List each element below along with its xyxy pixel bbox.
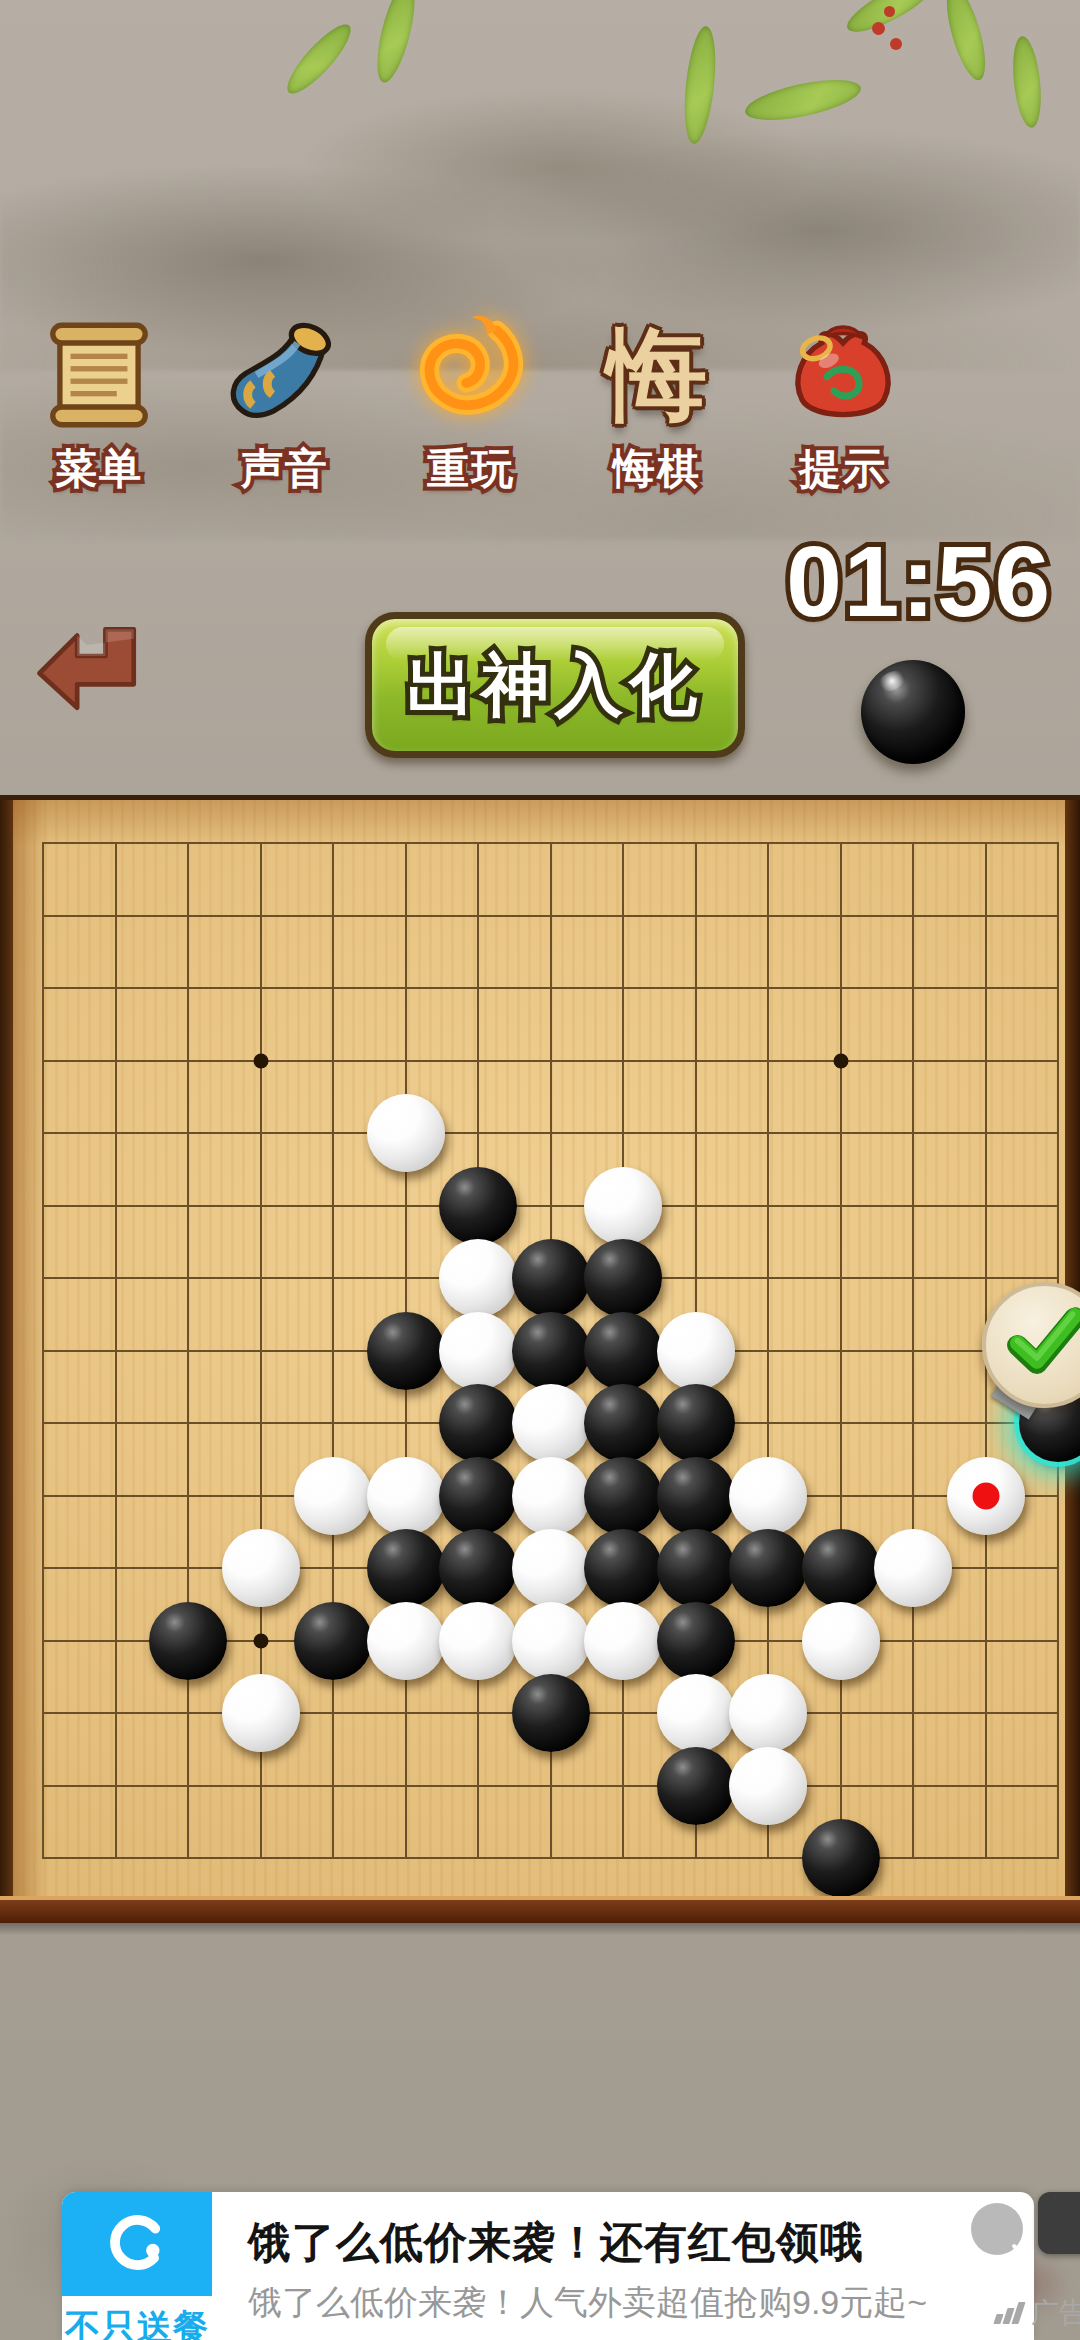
- level-button[interactable]: 出神入化: [365, 612, 745, 758]
- white-stone-r8c10: [657, 1312, 735, 1390]
- white-stone-r10c14: [947, 1457, 1025, 1535]
- white-stone-r10c8: [512, 1457, 590, 1535]
- white-stone-r11c8: [512, 1529, 590, 1607]
- white-stone-r12c8: [512, 1602, 590, 1680]
- black-stone-r10c10: [657, 1457, 735, 1535]
- ad-close-button[interactable]: [971, 2203, 1023, 2255]
- toolbar-item-menu[interactable]: 菜单: [6, 312, 192, 497]
- return-arrow-icon: [30, 712, 162, 729]
- white-stone-r12c12: [802, 1602, 880, 1680]
- white-stone-r8c7: [439, 1312, 517, 1390]
- white-stone-r13c11: [729, 1674, 807, 1752]
- ad-banner[interactable]: 不只送餐 饿了么低价来袭！还有红包领哦 饿了么低价来袭！人气外卖超值抢购9.9元…: [62, 2192, 1034, 2340]
- black-stone-r11c11: [729, 1529, 807, 1607]
- toolbar-item-replay[interactable]: 重玩: [378, 312, 564, 497]
- black-stone-r9c7: [439, 1384, 517, 1462]
- white-stone-r13c10: [657, 1674, 735, 1752]
- black-stone-r11c12: [802, 1529, 880, 1607]
- toolbar-item-label: 提示: [799, 441, 887, 497]
- black-stone-r13c8: [512, 1674, 590, 1752]
- flame-swirl-icon: [407, 311, 535, 439]
- eleme-e-icon: [98, 2203, 176, 2285]
- white-stone-r11c4: [222, 1529, 300, 1607]
- black-stone-r11c7: [439, 1529, 517, 1607]
- eleme-logo: [62, 2192, 212, 2296]
- level-label: 出神入化: [407, 640, 703, 731]
- black-stone-r10c9: [584, 1457, 662, 1535]
- black-stone-r12c5: [294, 1602, 372, 1680]
- ad-label: 广告: [942, 2294, 1080, 2332]
- black-stone-r11c6: [367, 1529, 445, 1607]
- black-stone-r6c7: [439, 1167, 517, 1245]
- black-stone-r11c9: [584, 1529, 662, 1607]
- last-move-marker: [972, 1482, 999, 1509]
- white-stone-r14c11: [729, 1747, 807, 1825]
- toolbar: 菜单 声音 重玩: [0, 312, 1080, 502]
- white-stone-r12c7: [439, 1602, 517, 1680]
- black-stone-r7c9: [584, 1239, 662, 1317]
- toolbar-item-undo[interactable]: 悔 悔棋: [564, 312, 750, 497]
- white-stone-r10c11: [729, 1457, 807, 1535]
- timer: 01:56: [786, 524, 1052, 639]
- ad-subtitle: 饿了么低价来袭！人气外卖超值抢购9.9元起~: [248, 2280, 927, 2326]
- pangle-bars-icon: [995, 2302, 1025, 2324]
- white-stone-r11c13: [874, 1529, 952, 1607]
- black-stone-r8c8: [512, 1312, 590, 1390]
- black-stone-r8c6: [367, 1312, 445, 1390]
- game-screen: 菜单 声音 重玩: [0, 0, 1080, 2340]
- black-stone-r15c12: [802, 1819, 880, 1897]
- ad-close-dark-button[interactable]: [1038, 2192, 1080, 2254]
- black-stone-r12c3: [149, 1602, 227, 1680]
- toolbar-item-sound[interactable]: 声音: [192, 312, 378, 497]
- black-stone-r9c9: [584, 1384, 662, 1462]
- ad-logo-caption: 不只送餐: [62, 2304, 212, 2340]
- close-icon: [1072, 2223, 1080, 2285]
- toolbar-item-label: 重玩: [427, 441, 515, 497]
- scroll-icon: [35, 311, 163, 439]
- green-check-icon: [999, 1297, 1080, 1393]
- board-bottom-edge: [0, 1900, 1080, 1923]
- white-stone-r5c6: [367, 1094, 445, 1172]
- black-stone-r11c10: [657, 1529, 735, 1607]
- black-stone-r8c9: [584, 1312, 662, 1390]
- horn-icon: [221, 311, 349, 439]
- toolbar-item-label: 声音: [241, 441, 329, 497]
- white-stone-r6c9: [584, 1167, 662, 1245]
- toolbar-item-label: 菜单: [55, 441, 143, 497]
- black-stone-r7c8: [512, 1239, 590, 1317]
- black-stone-r10c7: [439, 1457, 517, 1535]
- toolbar-item-label: 悔棋: [613, 441, 701, 497]
- board-shadow: [0, 1923, 1080, 1935]
- toolbar-item-hint[interactable]: 提示: [750, 312, 936, 497]
- hui-character-icon: 悔: [593, 312, 721, 439]
- back-button[interactable]: [30, 608, 162, 726]
- white-stone-r12c6: [367, 1602, 445, 1680]
- white-stone-r10c5: [294, 1457, 372, 1535]
- turn-indicator-black-stone: [861, 660, 965, 764]
- black-stone-r9c10: [657, 1384, 735, 1462]
- black-stone-r14c10: [657, 1747, 735, 1825]
- white-stone-r10c6: [367, 1457, 445, 1535]
- white-stone-r12c9: [584, 1602, 662, 1680]
- lucky-bag-icon: [779, 311, 907, 439]
- white-stone-r7c7: [439, 1239, 517, 1317]
- white-stone-r9c8: [512, 1384, 590, 1462]
- gomoku-board[interactable]: [0, 795, 1080, 1935]
- white-stone-r13c4: [222, 1674, 300, 1752]
- ad-title: 饿了么低价来袭！还有红包领哦: [248, 2214, 864, 2272]
- black-stone-r12c10: [657, 1602, 735, 1680]
